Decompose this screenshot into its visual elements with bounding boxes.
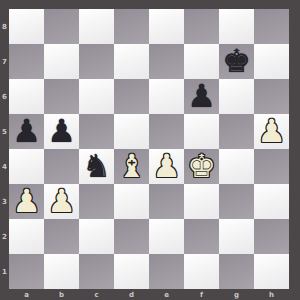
square-b4[interactable] xyxy=(44,149,79,184)
square-f1[interactable] xyxy=(184,254,219,289)
square-e5[interactable] xyxy=(149,114,184,149)
square-b6[interactable] xyxy=(44,79,79,114)
file-label-f: f xyxy=(184,289,219,300)
square-c5[interactable] xyxy=(79,114,114,149)
chess-board[interactable]: ♚♟♟♟♟♞♝♟♚♟♟ xyxy=(9,9,289,289)
square-b3[interactable]: ♟ xyxy=(44,184,79,219)
white-bishop-piece[interactable]: ♝ xyxy=(117,149,146,184)
square-b7[interactable] xyxy=(44,44,79,79)
square-c1[interactable] xyxy=(79,254,114,289)
rank-label-5: 5 xyxy=(0,114,9,149)
square-a6[interactable] xyxy=(9,79,44,114)
square-a1[interactable] xyxy=(9,254,44,289)
square-b5[interactable]: ♟ xyxy=(44,114,79,149)
square-d4[interactable]: ♝ xyxy=(114,149,149,184)
square-f8[interactable] xyxy=(184,9,219,44)
square-h3[interactable] xyxy=(254,184,289,219)
square-a7[interactable] xyxy=(9,44,44,79)
square-f6[interactable]: ♟ xyxy=(184,79,219,114)
file-label-d: d xyxy=(114,289,149,300)
square-c3[interactable] xyxy=(79,184,114,219)
square-e3[interactable] xyxy=(149,184,184,219)
rank-label-2: 2 xyxy=(0,219,9,254)
square-h2[interactable] xyxy=(254,219,289,254)
square-c2[interactable] xyxy=(79,219,114,254)
square-h1[interactable] xyxy=(254,254,289,289)
rank-label-7: 7 xyxy=(0,44,9,79)
square-b8[interactable] xyxy=(44,9,79,44)
square-g1[interactable] xyxy=(219,254,254,289)
rank-label-8: 8 xyxy=(0,9,9,44)
square-d6[interactable] xyxy=(114,79,149,114)
file-labels: abcdefgh xyxy=(9,289,289,300)
square-c6[interactable] xyxy=(79,79,114,114)
square-h8[interactable] xyxy=(254,9,289,44)
square-g6[interactable] xyxy=(219,79,254,114)
black-pawn-piece[interactable]: ♟ xyxy=(187,79,216,114)
square-d8[interactable] xyxy=(114,9,149,44)
square-g4[interactable] xyxy=(219,149,254,184)
file-label-h: h xyxy=(254,289,289,300)
square-f5[interactable] xyxy=(184,114,219,149)
square-h7[interactable] xyxy=(254,44,289,79)
white-pawn-piece[interactable]: ♟ xyxy=(47,184,76,219)
square-a2[interactable] xyxy=(9,219,44,254)
file-label-b: b xyxy=(44,289,79,300)
square-c7[interactable] xyxy=(79,44,114,79)
square-e7[interactable] xyxy=(149,44,184,79)
square-f4[interactable]: ♚ xyxy=(184,149,219,184)
rank-label-4: 4 xyxy=(0,149,9,184)
rank-label-3: 3 xyxy=(0,184,9,219)
square-e1[interactable] xyxy=(149,254,184,289)
square-a4[interactable] xyxy=(9,149,44,184)
rank-label-6: 6 xyxy=(0,79,9,114)
square-d5[interactable] xyxy=(114,114,149,149)
square-e8[interactable] xyxy=(149,9,184,44)
square-b2[interactable] xyxy=(44,219,79,254)
square-f7[interactable] xyxy=(184,44,219,79)
rank-label-1: 1 xyxy=(0,254,9,289)
square-a3[interactable]: ♟ xyxy=(9,184,44,219)
white-pawn-piece[interactable]: ♟ xyxy=(257,114,286,149)
file-label-g: g xyxy=(219,289,254,300)
black-knight-piece[interactable]: ♞ xyxy=(82,149,111,184)
square-c4[interactable]: ♞ xyxy=(79,149,114,184)
square-e4[interactable]: ♟ xyxy=(149,149,184,184)
square-d1[interactable] xyxy=(114,254,149,289)
square-f3[interactable] xyxy=(184,184,219,219)
square-b1[interactable] xyxy=(44,254,79,289)
square-e2[interactable] xyxy=(149,219,184,254)
square-h6[interactable] xyxy=(254,79,289,114)
square-g7[interactable]: ♚ xyxy=(219,44,254,79)
square-a5[interactable]: ♟ xyxy=(9,114,44,149)
square-h5[interactable]: ♟ xyxy=(254,114,289,149)
file-label-e: e xyxy=(149,289,184,300)
file-label-a: a xyxy=(9,289,44,300)
black-king-piece[interactable]: ♚ xyxy=(222,44,251,79)
square-g2[interactable] xyxy=(219,219,254,254)
square-d3[interactable] xyxy=(114,184,149,219)
square-d2[interactable] xyxy=(114,219,149,254)
black-pawn-piece[interactable]: ♟ xyxy=(47,114,76,149)
square-h4[interactable] xyxy=(254,149,289,184)
square-g3[interactable] xyxy=(219,184,254,219)
square-c8[interactable] xyxy=(79,9,114,44)
square-f2[interactable] xyxy=(184,219,219,254)
rank-labels: 87654321 xyxy=(0,9,9,289)
square-d7[interactable] xyxy=(114,44,149,79)
square-g5[interactable] xyxy=(219,114,254,149)
file-label-c: c xyxy=(79,289,114,300)
square-a8[interactable] xyxy=(9,9,44,44)
square-g8[interactable] xyxy=(219,9,254,44)
chess-board-frame: 87654321 ♚♟♟♟♟♞♝♟♚♟♟ abcdefgh xyxy=(0,0,300,300)
white-pawn-piece[interactable]: ♟ xyxy=(12,184,41,219)
white-king-piece[interactable]: ♚ xyxy=(187,149,216,184)
square-e6[interactable] xyxy=(149,79,184,114)
white-pawn-piece[interactable]: ♟ xyxy=(152,149,181,184)
black-pawn-piece[interactable]: ♟ xyxy=(12,114,41,149)
